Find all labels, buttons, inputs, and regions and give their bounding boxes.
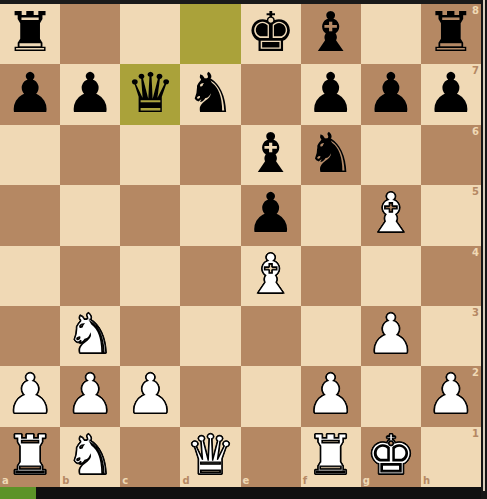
white-queen[interactable]: ♛ bbox=[180, 427, 240, 487]
black-queen[interactable]: ♛ bbox=[120, 64, 180, 124]
white-pawn[interactable]: ♟ bbox=[60, 366, 120, 426]
square-c3[interactable] bbox=[120, 306, 180, 366]
square-f6[interactable]: ♞ bbox=[301, 125, 361, 185]
square-h4[interactable]: 4 bbox=[421, 246, 481, 306]
square-b7[interactable]: ♟ bbox=[60, 64, 120, 124]
square-d5[interactable] bbox=[180, 185, 240, 245]
black-knight[interactable]: ♞ bbox=[180, 64, 240, 124]
square-c5[interactable] bbox=[120, 185, 180, 245]
white-bishop[interactable]: ♝ bbox=[361, 185, 421, 245]
square-f8[interactable]: ♝ bbox=[301, 4, 361, 64]
white-bishop[interactable]: ♝ bbox=[241, 246, 301, 306]
square-a1[interactable]: a♜ bbox=[0, 427, 60, 487]
square-d6[interactable] bbox=[180, 125, 240, 185]
chess-board: ♜♚♝8♜♟♟♛♞♟♟7♟♝♞6♟♝5♝4♞♟3♟♟♟♟2♟a♜b♞cd♛ef♜… bbox=[0, 4, 481, 487]
white-rook[interactable]: ♜ bbox=[0, 427, 60, 487]
white-pawn[interactable]: ♟ bbox=[421, 366, 481, 426]
square-b8[interactable] bbox=[60, 4, 120, 64]
square-g2[interactable] bbox=[361, 366, 421, 426]
scrollbar-thumb[interactable] bbox=[483, 0, 485, 491]
square-c4[interactable] bbox=[120, 246, 180, 306]
square-h5[interactable]: 5 bbox=[421, 185, 481, 245]
square-c7[interactable]: ♛ bbox=[120, 64, 180, 124]
square-b5[interactable] bbox=[60, 185, 120, 245]
square-e1[interactable]: e bbox=[241, 427, 301, 487]
square-f7[interactable]: ♟ bbox=[301, 64, 361, 124]
square-f3[interactable] bbox=[301, 306, 361, 366]
black-pawn[interactable]: ♟ bbox=[361, 64, 421, 124]
square-g7[interactable]: ♟ bbox=[361, 64, 421, 124]
coord-rank-1: 1 bbox=[472, 428, 479, 439]
square-h7[interactable]: 7♟ bbox=[421, 64, 481, 124]
white-pawn[interactable]: ♟ bbox=[0, 366, 60, 426]
square-g5[interactable]: ♝ bbox=[361, 185, 421, 245]
black-king[interactable]: ♚ bbox=[241, 4, 301, 64]
square-a4[interactable] bbox=[0, 246, 60, 306]
white-pawn[interactable]: ♟ bbox=[301, 366, 361, 426]
white-pawn[interactable]: ♟ bbox=[120, 366, 180, 426]
square-e3[interactable] bbox=[241, 306, 301, 366]
square-h3[interactable]: 3 bbox=[421, 306, 481, 366]
chess-app-screen: ♜♚♝8♜♟♟♛♞♟♟7♟♝♞6♟♝5♝4♞♟3♟♟♟♟2♟a♜b♞cd♛ef♜… bbox=[0, 0, 487, 499]
square-b3[interactable]: ♞ bbox=[60, 306, 120, 366]
square-d7[interactable]: ♞ bbox=[180, 64, 240, 124]
coord-rank-6: 6 bbox=[472, 126, 479, 137]
coord-rank-5: 5 bbox=[472, 186, 479, 197]
square-a8[interactable]: ♜ bbox=[0, 4, 60, 64]
square-h2[interactable]: 2♟ bbox=[421, 366, 481, 426]
square-b4[interactable] bbox=[60, 246, 120, 306]
black-bishop[interactable]: ♝ bbox=[301, 4, 361, 64]
coord-rank-4: 4 bbox=[472, 247, 479, 258]
square-b1[interactable]: b♞ bbox=[60, 427, 120, 487]
coord-file-e: e bbox=[243, 475, 250, 486]
progress-bar-segment bbox=[0, 487, 36, 499]
bottom-bar bbox=[0, 487, 487, 499]
square-g6[interactable] bbox=[361, 125, 421, 185]
square-a5[interactable] bbox=[0, 185, 60, 245]
black-pawn[interactable]: ♟ bbox=[421, 64, 481, 124]
black-pawn[interactable]: ♟ bbox=[301, 64, 361, 124]
square-c2[interactable]: ♟ bbox=[120, 366, 180, 426]
square-a6[interactable] bbox=[0, 125, 60, 185]
square-h6[interactable]: 6 bbox=[421, 125, 481, 185]
black-knight[interactable]: ♞ bbox=[301, 125, 361, 185]
black-rook[interactable]: ♜ bbox=[0, 4, 60, 64]
square-d4[interactable] bbox=[180, 246, 240, 306]
square-g1[interactable]: g♚ bbox=[361, 427, 421, 487]
square-e5[interactable]: ♟ bbox=[241, 185, 301, 245]
black-rook[interactable]: ♜ bbox=[421, 4, 481, 64]
square-g8[interactable] bbox=[361, 4, 421, 64]
square-c1[interactable]: c bbox=[120, 427, 180, 487]
square-f2[interactable]: ♟ bbox=[301, 366, 361, 426]
square-d3[interactable] bbox=[180, 306, 240, 366]
white-pawn[interactable]: ♟ bbox=[361, 306, 421, 366]
square-e6[interactable]: ♝ bbox=[241, 125, 301, 185]
square-h8[interactable]: 8♜ bbox=[421, 4, 481, 64]
coord-rank-3: 3 bbox=[472, 307, 479, 318]
black-bishop[interactable]: ♝ bbox=[241, 125, 301, 185]
square-a2[interactable]: ♟ bbox=[0, 366, 60, 426]
square-b6[interactable] bbox=[60, 125, 120, 185]
white-king[interactable]: ♚ bbox=[361, 427, 421, 487]
square-d8[interactable] bbox=[180, 4, 240, 64]
square-e2[interactable] bbox=[241, 366, 301, 426]
square-b2[interactable]: ♟ bbox=[60, 366, 120, 426]
square-f5[interactable] bbox=[301, 185, 361, 245]
black-pawn[interactable]: ♟ bbox=[0, 64, 60, 124]
square-g4[interactable] bbox=[361, 246, 421, 306]
coord-file-h: h bbox=[423, 475, 430, 486]
black-pawn[interactable]: ♟ bbox=[241, 185, 301, 245]
scrollbar-track bbox=[481, 0, 487, 499]
square-a3[interactable] bbox=[0, 306, 60, 366]
square-e7[interactable] bbox=[241, 64, 301, 124]
square-a7[interactable]: ♟ bbox=[0, 64, 60, 124]
square-h1[interactable]: 1h bbox=[421, 427, 481, 487]
square-e4[interactable]: ♝ bbox=[241, 246, 301, 306]
white-knight[interactable]: ♞ bbox=[60, 306, 120, 366]
square-c8[interactable] bbox=[120, 4, 180, 64]
square-e8[interactable]: ♚ bbox=[241, 4, 301, 64]
white-rook[interactable]: ♜ bbox=[301, 427, 361, 487]
square-g3[interactable]: ♟ bbox=[361, 306, 421, 366]
square-d1[interactable]: d♛ bbox=[180, 427, 240, 487]
square-f4[interactable] bbox=[301, 246, 361, 306]
white-knight[interactable]: ♞ bbox=[60, 427, 120, 487]
square-c6[interactable] bbox=[120, 125, 180, 185]
square-f1[interactable]: f♜ bbox=[301, 427, 361, 487]
square-d2[interactable] bbox=[180, 366, 240, 426]
black-pawn[interactable]: ♟ bbox=[60, 64, 120, 124]
coord-file-c: c bbox=[122, 475, 128, 486]
